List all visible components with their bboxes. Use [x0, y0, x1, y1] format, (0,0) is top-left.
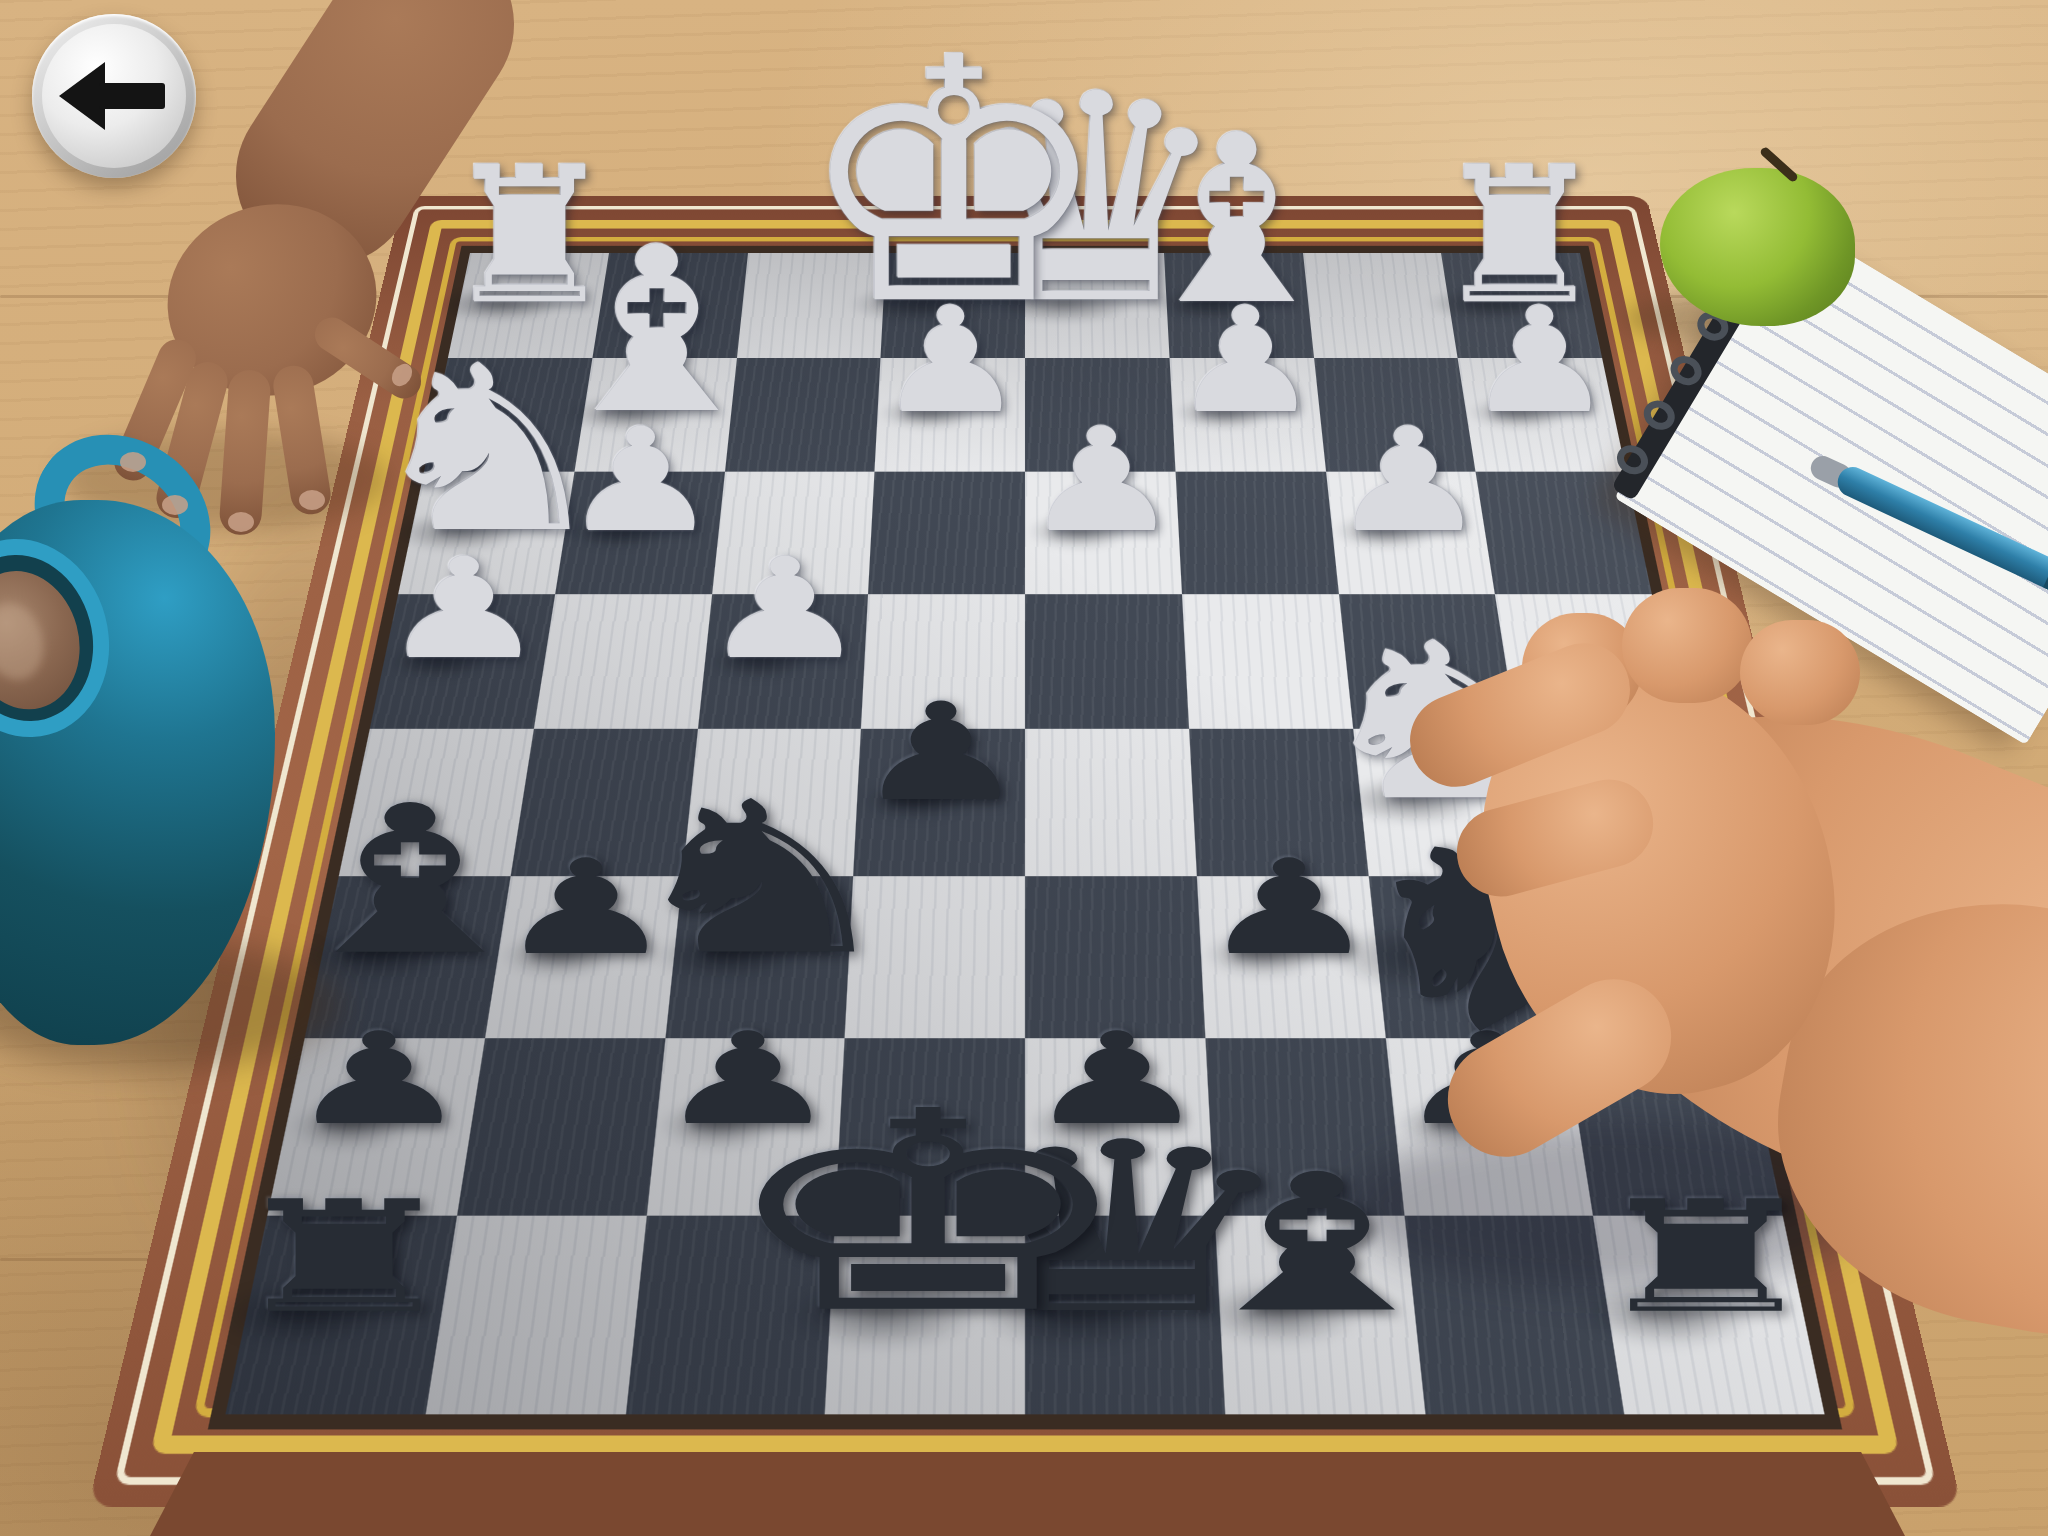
cocoa-swirl	[0, 596, 52, 686]
game-screen: { "app": { "name": "3D chess game vs han…	[0, 0, 2048, 1536]
back-button[interactable]	[32, 14, 196, 178]
square-d4[interactable]	[1025, 594, 1189, 728]
square-e3[interactable]	[868, 471, 1025, 594]
mug-cocoa	[0, 558, 95, 722]
piece-black-bishop-h6[interactable]: ♝	[268, 779, 553, 984]
square-c3[interactable]	[1175, 471, 1338, 594]
piece-white-pawn-c2[interactable]: ♟	[1171, 287, 1322, 433]
square-g7[interactable]	[457, 1038, 665, 1217]
piece-black-king-e8[interactable]: ♚	[711, 1076, 1144, 1352]
fingernail	[299, 490, 325, 510]
piece-white-pawn-e2[interactable]: ♟	[876, 287, 1027, 433]
piece-white-pawn-f4[interactable]: ♟	[701, 540, 869, 679]
fingernail	[120, 452, 146, 472]
piece-white-pawn-h4[interactable]: ♟	[380, 540, 548, 679]
player-knuckle	[1622, 588, 1752, 703]
square-d5[interactable]	[1025, 729, 1197, 876]
board-front-edge	[150, 1452, 1905, 1536]
piece-black-rook-h8[interactable]: ♜	[223, 1181, 465, 1335]
fingernail	[162, 495, 188, 515]
piece-white-pawn-b3[interactable]: ♟	[1329, 409, 1489, 552]
piece-white-pawn-d3[interactable]: ♟	[1022, 409, 1182, 552]
piece-black-rook-a8[interactable]: ♜	[1585, 1181, 1827, 1335]
piece-black-pawn-h7[interactable]: ♟	[285, 1016, 473, 1143]
square-g4[interactable]	[534, 594, 712, 728]
back-button-face	[42, 24, 186, 168]
fingernail	[228, 512, 254, 532]
player-knuckle	[1740, 620, 1860, 725]
apple	[1660, 168, 1855, 326]
back-arrow-icon	[59, 51, 169, 141]
